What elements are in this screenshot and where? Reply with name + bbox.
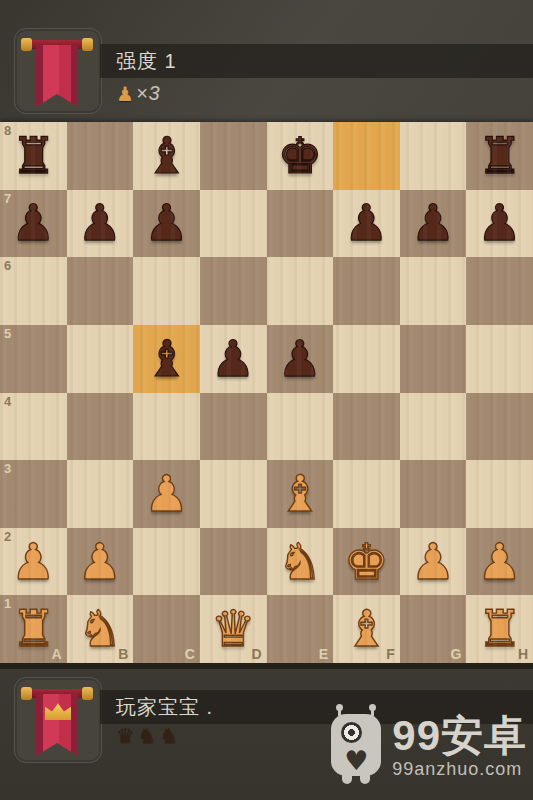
square-f7[interactable]: ♟ — [333, 190, 400, 258]
square-g2[interactable]: ♟ — [400, 528, 467, 596]
captured-queen-icon: ♛ — [116, 726, 135, 747]
square-a5[interactable]: 5 — [0, 325, 67, 393]
square-e5[interactable]: ♟ — [267, 325, 334, 393]
rank-label-5: 5 — [4, 326, 11, 341]
captured-knight-icon: ♞ — [138, 726, 157, 747]
square-d6[interactable] — [200, 257, 267, 325]
square-g7[interactable]: ♟ — [400, 190, 467, 258]
robot-eye-icon — [341, 722, 362, 743]
heart-icon: ♥ — [331, 747, 381, 774]
chess-board: 8♜♝♚♜7♟♟♟♟♟♟65♝♟♟43♟♝2♟♟♞♚♟♟1A♜B♞CD♛EF♝G… — [0, 122, 533, 663]
white-queen[interactable]: ♛ — [200, 595, 267, 663]
red-banner-icon — [36, 45, 78, 107]
player-name: 玩家宝宝 . — [116, 694, 213, 721]
square-f2[interactable]: ♚ — [333, 528, 400, 596]
rank-label-6: 6 — [4, 258, 11, 273]
square-b1[interactable]: B♞ — [67, 595, 134, 663]
square-e3[interactable]: ♝ — [267, 460, 334, 528]
square-h4[interactable] — [466, 393, 533, 461]
robot-antenna-icon — [336, 704, 343, 711]
file-label-c: C — [185, 646, 195, 662]
square-c8[interactable]: ♝ — [133, 122, 200, 190]
white-bishop[interactable]: ♝ — [267, 460, 334, 528]
square-a1[interactable]: 1A♜ — [0, 595, 67, 663]
square-a7[interactable]: 7♟ — [0, 190, 67, 258]
square-f8[interactable] — [333, 122, 400, 190]
square-g4[interactable] — [400, 393, 467, 461]
opponent-captured: ♟ ×3 — [116, 82, 161, 105]
file-label-e: E — [319, 646, 328, 662]
square-h5[interactable] — [466, 325, 533, 393]
white-pawn[interactable]: ♟ — [0, 528, 67, 596]
square-d4[interactable] — [200, 393, 267, 461]
player-bar: 玩家宝宝 . ♛♞♞ ♥ 99安卓 99anzhuo.com — [0, 669, 533, 800]
white-knight[interactable]: ♞ — [67, 595, 134, 663]
square-e7[interactable] — [267, 190, 334, 258]
square-g3[interactable] — [400, 460, 467, 528]
square-b2[interactable]: ♟ — [67, 528, 134, 596]
watermark-text: 99安卓 99anzhuo.com — [392, 714, 527, 779]
square-h2[interactable]: ♟ — [466, 528, 533, 596]
square-c1[interactable]: C — [133, 595, 200, 663]
bottom-captured: ♛♞♞ — [116, 726, 179, 747]
square-a6[interactable]: 6 — [0, 257, 67, 325]
robot-body-icon: ♥ — [331, 714, 381, 776]
rank-label-4: 4 — [4, 394, 11, 409]
square-c2[interactable] — [133, 528, 200, 596]
black-bishop[interactable]: ♝ — [133, 122, 200, 190]
watermark-domain: 99anzhuo.com — [392, 759, 527, 780]
square-a8[interactable]: 8♜ — [0, 122, 67, 190]
square-b7[interactable]: ♟ — [67, 190, 134, 258]
opponent-avatar — [14, 28, 102, 114]
square-f4[interactable] — [333, 393, 400, 461]
square-c7[interactable]: ♟ — [133, 190, 200, 258]
black-pawn[interactable]: ♟ — [0, 190, 67, 258]
white-pawn[interactable]: ♟ — [67, 528, 134, 596]
white-king[interactable]: ♚ — [333, 528, 400, 596]
square-b3[interactable] — [67, 460, 134, 528]
black-rook[interactable]: ♜ — [466, 122, 533, 190]
square-c4[interactable] — [133, 393, 200, 461]
square-h3[interactable] — [466, 460, 533, 528]
square-h8[interactable]: ♜ — [466, 122, 533, 190]
square-b5[interactable] — [67, 325, 134, 393]
black-king[interactable]: ♚ — [267, 122, 334, 190]
square-g8[interactable] — [400, 122, 467, 190]
white-bishop[interactable]: ♝ — [333, 595, 400, 663]
white-rook[interactable]: ♜ — [466, 595, 533, 663]
red-banner-icon — [36, 694, 78, 756]
player-avatar — [14, 677, 102, 763]
white-knight[interactable]: ♞ — [267, 528, 334, 596]
black-pawn[interactable]: ♟ — [400, 190, 467, 258]
watermark-title: 99安卓 — [392, 714, 527, 758]
square-d8[interactable] — [200, 122, 267, 190]
square-b8[interactable] — [67, 122, 134, 190]
robot-leg-icon — [342, 775, 352, 784]
captured-pawn-icon: ♟ — [116, 84, 134, 104]
black-pawn[interactable]: ♟ — [133, 190, 200, 258]
rank-label-3: 3 — [4, 461, 11, 476]
robot-antenna-icon — [369, 704, 376, 711]
square-h6[interactable] — [466, 257, 533, 325]
chess-app-screen: 强度 1 ♟ ×3 8♜♝♚♜7♟♟♟♟♟♟65♝♟♟43♟♝2♟♟♞♚♟♟1A… — [0, 0, 533, 800]
square-f5[interactable] — [333, 325, 400, 393]
square-h1[interactable]: H♜ — [466, 595, 533, 663]
square-c3[interactable]: ♟ — [133, 460, 200, 528]
square-e1[interactable]: E — [267, 595, 334, 663]
square-d1[interactable]: D♛ — [200, 595, 267, 663]
white-pawn[interactable]: ♟ — [133, 460, 200, 528]
square-c6[interactable] — [133, 257, 200, 325]
square-e8[interactable]: ♚ — [267, 122, 334, 190]
square-d2[interactable] — [200, 528, 267, 596]
file-label-g: G — [450, 646, 461, 662]
white-pawn[interactable]: ♟ — [400, 528, 467, 596]
black-pawn[interactable]: ♟ — [200, 325, 267, 393]
square-e6[interactable] — [267, 257, 334, 325]
square-a2[interactable]: 2♟ — [0, 528, 67, 596]
square-b6[interactable] — [67, 257, 134, 325]
square-d3[interactable] — [200, 460, 267, 528]
robot-mascot-icon: ♥ — [328, 704, 384, 790]
black-pawn[interactable]: ♟ — [67, 190, 134, 258]
square-e4[interactable] — [267, 393, 334, 461]
opponent-name-strip: 强度 1 — [100, 44, 533, 78]
square-h7[interactable]: ♟ — [466, 190, 533, 258]
square-g5[interactable] — [400, 325, 467, 393]
black-pawn[interactable]: ♟ — [466, 190, 533, 258]
square-b4[interactable] — [67, 393, 134, 461]
opponent-bar: 强度 1 ♟ ×3 — [0, 0, 533, 122]
square-e2[interactable]: ♞ — [267, 528, 334, 596]
black-bishop[interactable]: ♝ — [133, 325, 200, 393]
captured-knight-icon: ♞ — [160, 726, 179, 747]
watermark: ♥ 99安卓 99anzhuo.com — [328, 704, 527, 790]
white-pawn[interactable]: ♟ — [466, 528, 533, 596]
square-f1[interactable]: F♝ — [333, 595, 400, 663]
opponent-name: 强度 1 — [116, 48, 177, 75]
white-rook[interactable]: ♜ — [0, 595, 67, 663]
square-f6[interactable] — [333, 257, 400, 325]
square-f3[interactable] — [333, 460, 400, 528]
square-c5[interactable]: ♝ — [133, 325, 200, 393]
black-rook[interactable]: ♜ — [0, 122, 67, 190]
robot-leg-icon — [360, 775, 370, 784]
square-a4[interactable]: 4 — [0, 393, 67, 461]
black-pawn[interactable]: ♟ — [333, 190, 400, 258]
square-g1[interactable]: G — [400, 595, 467, 663]
square-a3[interactable]: 3 — [0, 460, 67, 528]
square-d7[interactable] — [200, 190, 267, 258]
square-d5[interactable]: ♟ — [200, 325, 267, 393]
square-g6[interactable] — [400, 257, 467, 325]
black-pawn[interactable]: ♟ — [267, 325, 334, 393]
captured-count-label: ×3 — [136, 82, 161, 105]
